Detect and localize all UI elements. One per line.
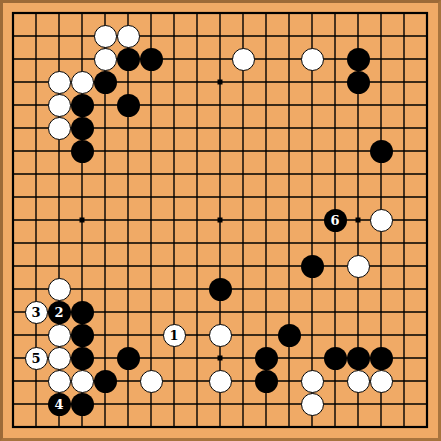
black-stone[interactable]: [71, 301, 94, 324]
white-stone[interactable]: [48, 71, 71, 94]
star-point: [356, 218, 361, 223]
go-board[interactable]: 632154: [0, 0, 441, 441]
black-stone[interactable]: [370, 347, 393, 370]
black-stone[interactable]: [71, 140, 94, 163]
black-stone[interactable]: [117, 347, 140, 370]
black-stone[interactable]: [94, 370, 117, 393]
black-stone-move-4[interactable]: 4: [48, 393, 71, 416]
black-stone[interactable]: [347, 347, 370, 370]
white-stone[interactable]: [94, 48, 117, 71]
white-stone[interactable]: [117, 25, 140, 48]
white-stone[interactable]: [48, 117, 71, 140]
white-stone[interactable]: [301, 370, 324, 393]
black-stone[interactable]: [71, 324, 94, 347]
black-stone[interactable]: [347, 48, 370, 71]
white-stone[interactable]: [209, 370, 232, 393]
white-stone[interactable]: [347, 370, 370, 393]
black-stone[interactable]: [324, 347, 347, 370]
black-stone[interactable]: [140, 48, 163, 71]
black-stone[interactable]: [94, 71, 117, 94]
white-stone[interactable]: [347, 255, 370, 278]
black-stone[interactable]: [71, 347, 94, 370]
white-stone[interactable]: [48, 347, 71, 370]
black-stone-move-2[interactable]: 2: [48, 301, 71, 324]
star-point: [218, 80, 223, 85]
white-stone[interactable]: [232, 48, 255, 71]
white-stone-move-1[interactable]: 1: [163, 324, 186, 347]
black-stone[interactable]: [278, 324, 301, 347]
white-stone[interactable]: [370, 209, 393, 232]
black-stone[interactable]: [255, 347, 278, 370]
white-stone[interactable]: [209, 324, 232, 347]
black-stone-move-6[interactable]: 6: [324, 209, 347, 232]
black-stone[interactable]: [71, 94, 94, 117]
white-stone[interactable]: [140, 370, 163, 393]
star-point: [80, 218, 85, 223]
white-stone[interactable]: [48, 324, 71, 347]
white-stone[interactable]: [94, 25, 117, 48]
white-stone[interactable]: [370, 370, 393, 393]
white-stone-move-5[interactable]: 5: [25, 347, 48, 370]
black-stone[interactable]: [209, 278, 232, 301]
white-stone[interactable]: [301, 48, 324, 71]
black-stone[interactable]: [347, 71, 370, 94]
white-stone[interactable]: [48, 370, 71, 393]
white-stone[interactable]: [71, 370, 94, 393]
white-stone[interactable]: [301, 393, 324, 416]
black-stone[interactable]: [301, 255, 324, 278]
black-stone[interactable]: [117, 94, 140, 117]
white-stone[interactable]: [71, 71, 94, 94]
black-stone[interactable]: [71, 393, 94, 416]
white-stone[interactable]: [48, 278, 71, 301]
star-point: [218, 356, 223, 361]
star-point: [218, 218, 223, 223]
black-stone[interactable]: [117, 48, 140, 71]
white-stone-move-3[interactable]: 3: [25, 301, 48, 324]
black-stone[interactable]: [370, 140, 393, 163]
white-stone[interactable]: [48, 94, 71, 117]
black-stone[interactable]: [255, 370, 278, 393]
black-stone[interactable]: [71, 117, 94, 140]
